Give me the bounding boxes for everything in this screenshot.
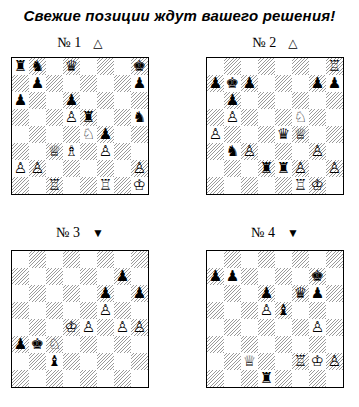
- square-g6: [309, 92, 326, 109]
- chess-piece: ♟: [99, 285, 112, 302]
- square-a5: [12, 109, 29, 126]
- square-g7: ♟: [114, 268, 131, 285]
- square-c2: [241, 160, 258, 177]
- square-e7: [80, 268, 97, 285]
- chess-piece: ♞: [133, 109, 146, 126]
- black-to-move-icon: ▼: [287, 226, 299, 240]
- square-a8: [207, 58, 224, 75]
- chess-board-4: ♟♟♚♟♛♟♙♝♙♕♖♔♙♜: [206, 250, 344, 388]
- square-b1: [29, 370, 46, 387]
- square-f2: ♙: [292, 160, 309, 177]
- square-e2: [80, 353, 97, 370]
- square-a4: [12, 126, 29, 143]
- square-g3: [309, 336, 326, 353]
- square-h2: ♙: [131, 160, 148, 177]
- square-g5: [309, 302, 326, 319]
- square-c6: [46, 92, 63, 109]
- puzzle-row-top: № 1△ ♜♞♛♚♟♟♟♟♙♜♞♘♟♕♗♙♙♙♙♖♖♔ № 2△ ♖♟♚♟♟♟♟…: [0, 24, 359, 195]
- square-a6: ♟: [12, 92, 29, 109]
- square-d6: ♟: [258, 285, 275, 302]
- chess-piece: ♖: [99, 177, 112, 194]
- chess-piece: ♙: [65, 109, 78, 126]
- square-g7: ♚: [309, 268, 326, 285]
- square-h6: ♟: [131, 285, 148, 302]
- square-a8: [12, 251, 29, 268]
- square-c5: [241, 109, 258, 126]
- square-f4: ♟: [97, 126, 114, 143]
- square-d8: ♛: [63, 58, 80, 75]
- square-c3: ♙: [241, 143, 258, 160]
- square-g1: [114, 177, 131, 194]
- chess-piece: ♝: [277, 302, 290, 319]
- square-b5: [29, 302, 46, 319]
- chess-piece: ♙: [133, 319, 146, 336]
- chess-piece: ♙: [328, 353, 341, 370]
- square-a1: [207, 370, 224, 387]
- square-f5: [292, 302, 309, 319]
- square-g4: ♙: [309, 319, 326, 336]
- square-b8: [224, 251, 241, 268]
- square-c7: ♟: [241, 75, 258, 92]
- black-to-move-icon: ▼: [92, 226, 104, 240]
- square-e3: [275, 143, 292, 160]
- square-g1: ♔: [309, 177, 326, 194]
- square-a7: [12, 268, 29, 285]
- chess-piece: ♚: [31, 336, 44, 353]
- square-g6: [114, 92, 131, 109]
- square-b2: [29, 353, 46, 370]
- square-b6: [224, 285, 241, 302]
- square-d1: [63, 370, 80, 387]
- chess-piece: ♙: [209, 126, 222, 143]
- square-h3: [131, 143, 148, 160]
- square-b5: ♙: [224, 109, 241, 126]
- puzzle-1: № 1△ ♜♞♛♚♟♟♟♟♙♜♞♘♟♕♗♙♙♙♙♖♖♔: [10, 24, 150, 195]
- square-h3: [326, 143, 343, 160]
- chess-piece: ♖: [294, 177, 307, 194]
- square-b6: ♟: [224, 92, 241, 109]
- square-b4: [29, 319, 46, 336]
- chess-piece: ♙: [243, 143, 256, 160]
- square-h6: [131, 92, 148, 109]
- chess-piece: ♟: [209, 268, 222, 285]
- square-g8: [309, 58, 326, 75]
- square-g1: [309, 370, 326, 387]
- square-c6: [46, 285, 63, 302]
- square-a5: [12, 302, 29, 319]
- chess-piece: ♚: [133, 58, 146, 75]
- square-d6: [63, 285, 80, 302]
- square-b8: [224, 58, 241, 75]
- chess-piece: ♜: [260, 370, 273, 387]
- square-c8: [46, 58, 63, 75]
- chess-piece: ♖: [328, 58, 341, 75]
- chess-piece: ♟: [328, 75, 341, 92]
- square-d3: [63, 336, 80, 353]
- square-f2: [97, 353, 114, 370]
- chess-piece: ♕: [48, 143, 61, 160]
- square-b6: [29, 92, 46, 109]
- square-b1: [224, 177, 241, 194]
- square-f8: [97, 251, 114, 268]
- square-e2: ♜: [275, 160, 292, 177]
- chess-piece: ♙: [99, 143, 112, 160]
- square-e8: [275, 251, 292, 268]
- chess-piece: ♕: [243, 353, 256, 370]
- square-h8: ♖: [326, 58, 343, 75]
- square-d8: [258, 58, 275, 75]
- square-a2: [12, 353, 29, 370]
- square-d2: [63, 160, 80, 177]
- square-d8: [258, 251, 275, 268]
- square-c4: [241, 126, 258, 143]
- square-e2: [80, 160, 97, 177]
- square-e3: [80, 143, 97, 160]
- chess-board-3: ♟♟♟♙♔♙♙♙♟♚♘♝: [11, 250, 149, 388]
- square-b1: [224, 370, 241, 387]
- square-d1: [63, 177, 80, 194]
- square-a2: ♙: [12, 160, 29, 177]
- square-a5: [207, 302, 224, 319]
- square-a1: [12, 370, 29, 387]
- square-b2: [224, 353, 241, 370]
- square-d3: [258, 336, 275, 353]
- square-e5: [275, 109, 292, 126]
- square-c8: [241, 58, 258, 75]
- chess-piece: ♕: [294, 126, 307, 143]
- square-b7: ♚: [224, 75, 241, 92]
- square-h5: [326, 302, 343, 319]
- square-g3: [114, 336, 131, 353]
- square-e6: [275, 285, 292, 302]
- puzzle-1-label: № 1△: [57, 35, 102, 50]
- chess-piece: ♙: [311, 143, 324, 160]
- square-h1: [326, 370, 343, 387]
- square-d7: [63, 268, 80, 285]
- square-a3: ♟: [12, 336, 29, 353]
- chess-piece: ♟: [311, 75, 324, 92]
- square-a3: [12, 143, 29, 160]
- puzzle-row-bottom: № 3▼ ♟♟♟♙♔♙♙♙♟♚♘♝ № 4▼ ♟♟♚♟♛♟♙♝♙♕♖♔♙♜: [0, 195, 359, 388]
- square-c4: [46, 126, 63, 143]
- white-to-move-icon: △: [288, 36, 297, 50]
- chess-piece: ♟: [243, 75, 256, 92]
- square-e7: [80, 75, 97, 92]
- square-c6: [241, 285, 258, 302]
- square-h7: ♟: [326, 75, 343, 92]
- square-c3: [241, 336, 258, 353]
- square-g4: ♙: [114, 319, 131, 336]
- square-a1: [207, 177, 224, 194]
- square-e4: ♙: [80, 319, 97, 336]
- chess-piece: ♜: [260, 160, 273, 177]
- square-g7: [114, 75, 131, 92]
- square-g8: [114, 251, 131, 268]
- square-e1: [275, 177, 292, 194]
- square-g2: [309, 160, 326, 177]
- square-b7: [29, 268, 46, 285]
- square-f1: [97, 370, 114, 387]
- square-d5: ♙: [63, 109, 80, 126]
- square-d6: [258, 92, 275, 109]
- square-c2: [46, 160, 63, 177]
- square-a3: [207, 336, 224, 353]
- square-f2: ♖: [292, 353, 309, 370]
- square-c1: ♖: [46, 177, 63, 194]
- square-b7: ♟: [224, 268, 241, 285]
- square-h3: [131, 336, 148, 353]
- square-f4: [97, 319, 114, 336]
- square-d4: ♔: [63, 319, 80, 336]
- chess-piece: ♔: [311, 353, 324, 370]
- square-c7: [46, 268, 63, 285]
- chess-piece: ♟: [14, 92, 27, 109]
- square-g6: ♟: [309, 285, 326, 302]
- square-c3: ♕: [46, 143, 63, 160]
- square-b4: [224, 126, 241, 143]
- square-h1: [131, 370, 148, 387]
- square-f8: [292, 251, 309, 268]
- square-g2: [114, 353, 131, 370]
- puzzle-1-number: № 1: [57, 35, 81, 50]
- square-a1: [12, 177, 29, 194]
- square-c2: ♕: [241, 353, 258, 370]
- square-b4: [224, 319, 241, 336]
- square-f3: ♙: [97, 143, 114, 160]
- square-f3: [292, 336, 309, 353]
- square-d4: [63, 126, 80, 143]
- square-g6: [114, 285, 131, 302]
- square-a6: [207, 285, 224, 302]
- puzzle-2: № 2△ ♖♟♚♟♟♟♟♙♘♙♛♕♞♙♙♜♜♙♙♖♔: [205, 24, 345, 195]
- square-e7: [275, 75, 292, 92]
- square-d7: [63, 75, 80, 92]
- chess-piece: ♜: [14, 58, 27, 75]
- square-e3: [275, 336, 292, 353]
- square-f7: [97, 268, 114, 285]
- chess-board-2: ♖♟♚♟♟♟♟♙♘♙♛♕♞♙♙♜♜♙♙♖♔: [206, 57, 344, 195]
- chess-piece: ♞: [31, 58, 44, 75]
- chess-piece: ♜: [277, 160, 290, 177]
- chess-piece: ♙: [82, 319, 95, 336]
- square-e7: [275, 268, 292, 285]
- chess-piece: ♔: [65, 319, 78, 336]
- square-a8: [207, 251, 224, 268]
- square-c1: [46, 370, 63, 387]
- chess-piece: ♚: [226, 75, 239, 92]
- square-a2: [207, 353, 224, 370]
- chess-piece: ♟: [226, 92, 239, 109]
- square-b3: ♞: [224, 143, 241, 160]
- square-d4: [258, 319, 275, 336]
- puzzle-4: № 4▼ ♟♟♚♟♛♟♙♝♙♕♖♔♙♜: [205, 195, 345, 388]
- square-f5: ♙: [97, 302, 114, 319]
- square-b3: [224, 336, 241, 353]
- square-a2: [207, 160, 224, 177]
- square-e8: [80, 251, 97, 268]
- puzzle-3: № 3▼ ♟♟♟♙♔♙♙♙♟♚♘♝: [10, 195, 150, 388]
- square-b8: [29, 251, 46, 268]
- square-h8: [326, 251, 343, 268]
- square-c4: [241, 319, 258, 336]
- square-c1: [241, 370, 258, 387]
- square-d2: ♜: [258, 160, 275, 177]
- square-a8: ♜: [12, 58, 29, 75]
- square-f7: [292, 75, 309, 92]
- square-e5: ♝: [275, 302, 292, 319]
- chess-piece: ♛: [294, 285, 307, 302]
- square-e5: ♜: [80, 109, 97, 126]
- square-e4: ♛: [275, 126, 292, 143]
- chess-piece: ♟: [209, 75, 222, 92]
- square-f4: [292, 319, 309, 336]
- square-f5: [97, 109, 114, 126]
- square-b2: [224, 160, 241, 177]
- square-h2: [131, 353, 148, 370]
- square-h7: ♟: [131, 75, 148, 92]
- square-a5: [207, 109, 224, 126]
- square-e6: [275, 92, 292, 109]
- square-e4: ♘: [80, 126, 97, 143]
- square-h1: [326, 177, 343, 194]
- square-e6: [80, 285, 97, 302]
- square-h6: [326, 285, 343, 302]
- chess-piece: ♙: [328, 160, 341, 177]
- square-a4: ♙: [207, 126, 224, 143]
- square-d8: [63, 251, 80, 268]
- chess-board-1: ♜♞♛♚♟♟♟♟♙♜♞♘♟♕♗♙♙♙♙♖♖♔: [11, 57, 149, 195]
- square-d1: [258, 177, 275, 194]
- square-f3: [97, 336, 114, 353]
- chess-piece: ♙: [31, 160, 44, 177]
- chess-piece: ♘: [82, 126, 95, 143]
- square-d3: [258, 143, 275, 160]
- square-c4: [46, 319, 63, 336]
- square-e1: [80, 370, 97, 387]
- chess-piece: ♟: [260, 285, 273, 302]
- square-a4: [12, 319, 29, 336]
- chess-piece: ♙: [260, 302, 273, 319]
- chess-piece: ♞: [226, 143, 239, 160]
- chess-piece: ♜: [82, 109, 95, 126]
- square-h5: [326, 109, 343, 126]
- square-e2: [275, 353, 292, 370]
- square-b1: [29, 177, 46, 194]
- chess-piece: ♟: [311, 285, 324, 302]
- square-e5: [80, 302, 97, 319]
- square-e8: [275, 58, 292, 75]
- puzzle-3-number: № 3: [56, 225, 80, 240]
- square-g5: [114, 109, 131, 126]
- square-b8: ♞: [29, 58, 46, 75]
- chess-piece: ♟: [133, 285, 146, 302]
- square-g5: [309, 109, 326, 126]
- square-d7: [258, 268, 275, 285]
- square-f6: ♟: [97, 285, 114, 302]
- square-f6: ♛: [292, 285, 309, 302]
- chess-piece: ♙: [294, 160, 307, 177]
- chess-piece: ♙: [116, 319, 129, 336]
- chess-piece: ♟: [65, 92, 78, 109]
- square-g4: [309, 126, 326, 143]
- square-b6: [29, 285, 46, 302]
- square-b4: [29, 126, 46, 143]
- square-f7: [292, 268, 309, 285]
- chess-piece: ♙: [99, 302, 112, 319]
- square-b5: [29, 109, 46, 126]
- chess-piece: ♘: [294, 109, 307, 126]
- square-h8: [131, 251, 148, 268]
- square-b3: [29, 143, 46, 160]
- square-a7: ♟: [207, 268, 224, 285]
- square-a6: [12, 285, 29, 302]
- square-c3: ♘: [46, 336, 63, 353]
- square-d3: ♗: [63, 143, 80, 160]
- square-h7: [131, 268, 148, 285]
- chess-piece: ♛: [65, 58, 78, 75]
- square-d7: [258, 75, 275, 92]
- white-to-move-icon: △: [93, 36, 102, 50]
- chess-piece: ♙: [14, 160, 27, 177]
- square-h8: ♚: [131, 58, 148, 75]
- square-h6: [326, 92, 343, 109]
- square-c5: [46, 302, 63, 319]
- square-f8: [97, 58, 114, 75]
- square-d5: ♙: [258, 302, 275, 319]
- puzzle-3-label: № 3▼: [56, 225, 104, 240]
- square-h4: [326, 319, 343, 336]
- chess-piece: ♛: [277, 126, 290, 143]
- square-c5: [241, 302, 258, 319]
- square-g4: [114, 126, 131, 143]
- square-f3: [292, 143, 309, 160]
- chess-piece: ♟: [116, 268, 129, 285]
- square-e1: [80, 177, 97, 194]
- chess-piece: ♘: [48, 336, 61, 353]
- square-g1: [114, 370, 131, 387]
- square-d4: [258, 126, 275, 143]
- square-g8: [114, 58, 131, 75]
- square-h7: [326, 268, 343, 285]
- chess-piece: ♙: [226, 109, 239, 126]
- square-b3: ♚: [29, 336, 46, 353]
- square-c8: [241, 251, 258, 268]
- square-h4: ♙: [131, 319, 148, 336]
- square-f5: ♘: [292, 109, 309, 126]
- square-f1: [292, 370, 309, 387]
- square-c5: [46, 109, 63, 126]
- square-h3: [326, 336, 343, 353]
- square-d6: ♟: [63, 92, 80, 109]
- square-e3: [80, 336, 97, 353]
- square-f2: [97, 160, 114, 177]
- square-c8: [46, 251, 63, 268]
- square-h5: [131, 302, 148, 319]
- square-h5: ♞: [131, 109, 148, 126]
- square-b7: ♟: [29, 75, 46, 92]
- chess-piece: ♟: [31, 75, 44, 92]
- chess-piece: ♖: [294, 353, 307, 370]
- square-g5: [114, 302, 131, 319]
- square-a7: [12, 75, 29, 92]
- square-a4: [207, 319, 224, 336]
- chess-piece: ♙: [133, 160, 146, 177]
- square-h4: [131, 126, 148, 143]
- square-g3: ♙: [309, 143, 326, 160]
- square-f7: [97, 75, 114, 92]
- square-e4: [275, 319, 292, 336]
- square-b5: [224, 302, 241, 319]
